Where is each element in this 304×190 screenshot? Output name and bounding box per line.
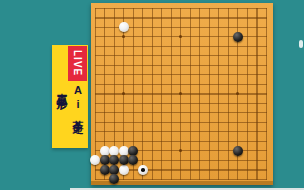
star-point-D10 xyxy=(122,92,125,95)
black-stone-C1 xyxy=(109,174,119,184)
white-stone-D4 xyxy=(119,146,129,156)
video-frame: LIVE Ai革命之 点三三常形 xyxy=(0,0,304,190)
live-badge: LIVE xyxy=(68,46,87,81)
star-point-K4 xyxy=(179,149,182,152)
black-stone-Q16 xyxy=(233,32,243,42)
black-stone-C2 xyxy=(109,165,119,175)
black-stone-D3 xyxy=(119,155,129,165)
go-board xyxy=(91,3,273,185)
go-board-grid xyxy=(95,8,267,180)
star-point-Q10 xyxy=(236,92,239,95)
bottom-white-strip xyxy=(70,188,304,190)
black-stone-B3 xyxy=(100,155,110,165)
watermark-fragment xyxy=(299,40,303,48)
last-move-marker xyxy=(141,168,145,172)
black-stone-Q4 xyxy=(233,146,243,156)
white-stone-C4 xyxy=(109,146,119,156)
black-stone-E3 xyxy=(128,155,138,165)
white-stone-A3 xyxy=(90,155,100,165)
banner-title-line-2: 点三三常形 xyxy=(54,84,70,146)
white-stone-D2 xyxy=(119,165,129,175)
title-banner: LIVE Ai革命之 点三三常形 xyxy=(52,45,88,148)
star-point-D16 xyxy=(122,35,125,38)
black-stone-E4 xyxy=(128,146,138,156)
star-point-K10 xyxy=(179,92,182,95)
star-point-K16 xyxy=(179,35,182,38)
black-stone-B2 xyxy=(100,165,110,175)
banner-title-line-1: Ai革命之 xyxy=(70,84,86,146)
white-stone-B4 xyxy=(100,146,110,156)
white-stone-D17 xyxy=(119,22,129,32)
black-stone-C3 xyxy=(109,155,119,165)
live-badge-label: LIVE xyxy=(72,50,83,76)
white-stone-F2 xyxy=(138,165,148,175)
